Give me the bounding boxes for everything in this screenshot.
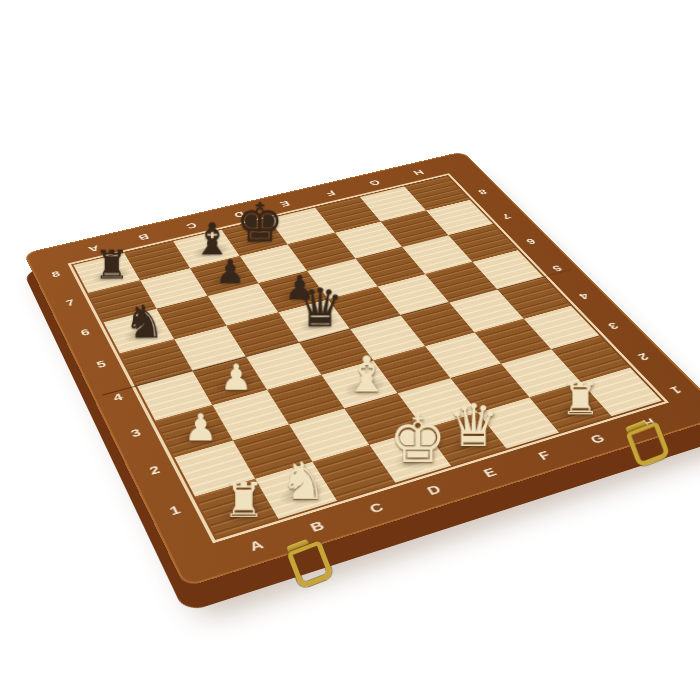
- files-bottom-label-G: G: [566, 424, 628, 452]
- white-knight-b1[interactable]: ♞: [280, 455, 327, 507]
- ranks-right-label-8: 8: [460, 172, 490, 197]
- files-bottom-label-F: F: [513, 441, 576, 469]
- ranks-left-label-7: 7: [64, 297, 88, 329]
- white-rook-a1[interactable]: ♜: [222, 477, 265, 525]
- ranks-left-label-1: 1: [167, 502, 199, 547]
- ranks-left-label-3: 3: [128, 425, 157, 465]
- black-queen-d5[interactable]: ♛: [297, 281, 345, 334]
- files-bottom-label-A: A: [222, 528, 291, 561]
- black-knight-a6[interactable]: ♞: [124, 299, 165, 344]
- white-queen-e1[interactable]: ♛: [447, 396, 500, 455]
- files-bottom-label-C: C: [343, 492, 410, 523]
- square-g1[interactable]: ♜: [529, 382, 611, 432]
- white-pawn-b4[interactable]: ♟: [220, 359, 252, 395]
- white-rook-g1[interactable]: ♜: [560, 378, 600, 422]
- ranks-left-label-2: 2: [147, 462, 177, 504]
- product-photo-scene: ABCDEFGH ABCDEFGH 87654321 87654321 ♜♝♚♟…: [0, 0, 700, 700]
- chess-board-case: ABCDEFGH ABCDEFGH 87654321 87654321 ♜♝♚♟…: [23, 151, 700, 587]
- ranks-left-label-5: 5: [94, 357, 120, 393]
- files-bottom-label-B: B: [283, 510, 351, 542]
- white-king-d1[interactable]: ♚: [389, 407, 447, 472]
- white-bishop-d3[interactable]: ♝: [344, 349, 389, 399]
- files-bottom-label-E: E: [458, 457, 522, 486]
- files-bottom-label-D: D: [401, 474, 466, 504]
- case-top-surface: ABCDEFGH ABCDEFGH 87654321 87654321 ♜♝♚♟…: [23, 151, 700, 587]
- ranks-left-label-4: 4: [111, 390, 138, 428]
- ranks-left-label-8: 8: [50, 268, 73, 298]
- ranks-left-label-6: 6: [79, 326, 104, 360]
- white-pawn-a3[interactable]: ♟: [184, 409, 218, 446]
- black-pawn-c7[interactable]: ♟: [215, 255, 244, 288]
